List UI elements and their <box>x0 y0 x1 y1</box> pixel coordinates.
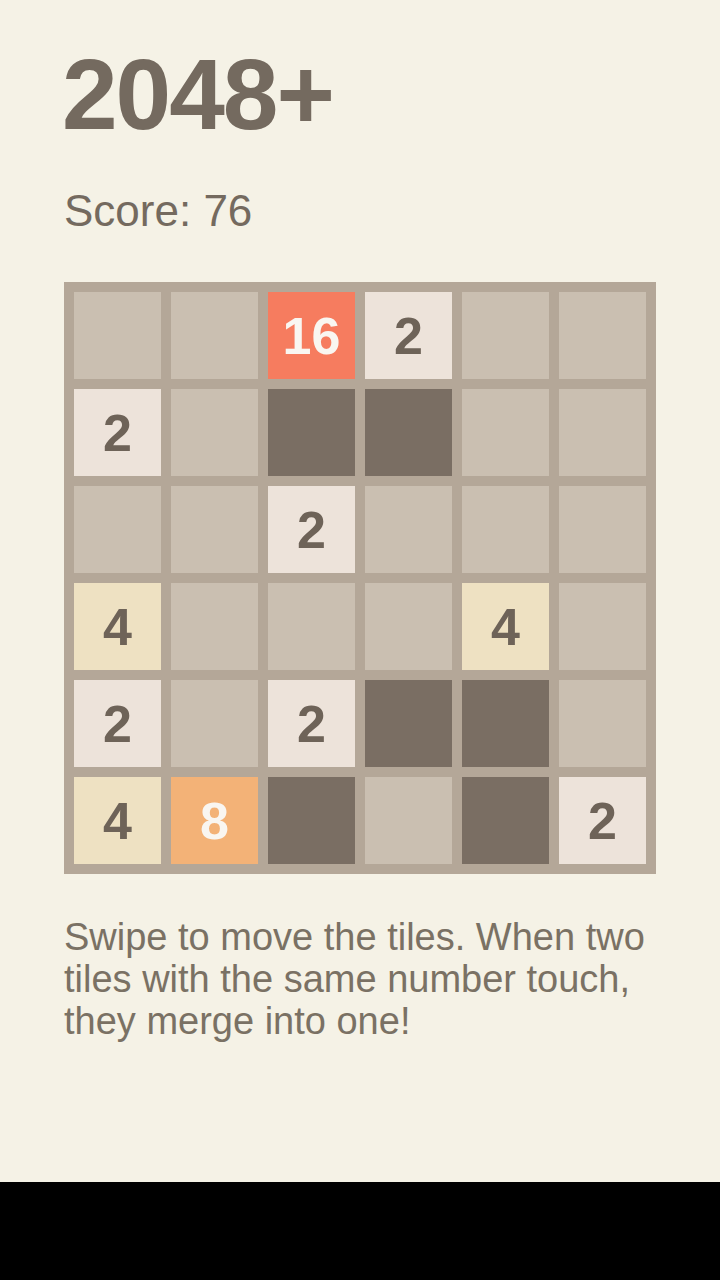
blocker-tile <box>365 389 452 476</box>
empty-cell <box>559 583 646 670</box>
tile-8: 8 <box>171 777 258 864</box>
empty-cell <box>365 583 452 670</box>
screen: 2048+ Score: 76 162224422482 Swipe to mo… <box>0 0 720 1280</box>
tile-2: 2 <box>268 680 355 767</box>
blocker-tile <box>365 680 452 767</box>
empty-cell <box>171 486 258 573</box>
tile-4: 4 <box>74 583 161 670</box>
empty-cell <box>171 583 258 670</box>
tile-2: 2 <box>74 680 161 767</box>
tile-2: 2 <box>74 389 161 476</box>
blocker-tile <box>462 680 549 767</box>
empty-cell <box>171 292 258 379</box>
empty-cell <box>365 486 452 573</box>
empty-cell <box>171 680 258 767</box>
android-navigation-bar <box>0 1182 720 1280</box>
empty-cell <box>462 292 549 379</box>
empty-cell <box>559 292 646 379</box>
empty-cell <box>365 777 452 864</box>
board[interactable]: 162224422482 <box>64 282 656 874</box>
empty-cell <box>559 486 646 573</box>
empty-cell <box>268 583 355 670</box>
instructions-line-2: tiles with the same number touch, <box>64 958 645 1000</box>
tile-2: 2 <box>365 292 452 379</box>
app-title: 2048+ <box>62 42 333 147</box>
instructions-line-1: Swipe to move the tiles. When two <box>64 916 645 958</box>
score-text: Score: 76 <box>64 188 252 234</box>
tile-2: 2 <box>268 486 355 573</box>
blocker-tile <box>268 389 355 476</box>
empty-cell <box>74 486 161 573</box>
empty-cell <box>559 680 646 767</box>
blocker-tile <box>462 777 549 864</box>
instructions-line-3: they merge into one! <box>64 1000 645 1042</box>
empty-cell <box>74 292 161 379</box>
instructions: Swipe to move the tiles. When two tiles … <box>64 916 645 1042</box>
tile-16: 16 <box>268 292 355 379</box>
empty-cell <box>559 389 646 476</box>
blocker-tile <box>268 777 355 864</box>
empty-cell <box>462 486 549 573</box>
tile-4: 4 <box>462 583 549 670</box>
empty-cell <box>462 389 549 476</box>
tile-2: 2 <box>559 777 646 864</box>
tile-4: 4 <box>74 777 161 864</box>
empty-cell <box>171 389 258 476</box>
